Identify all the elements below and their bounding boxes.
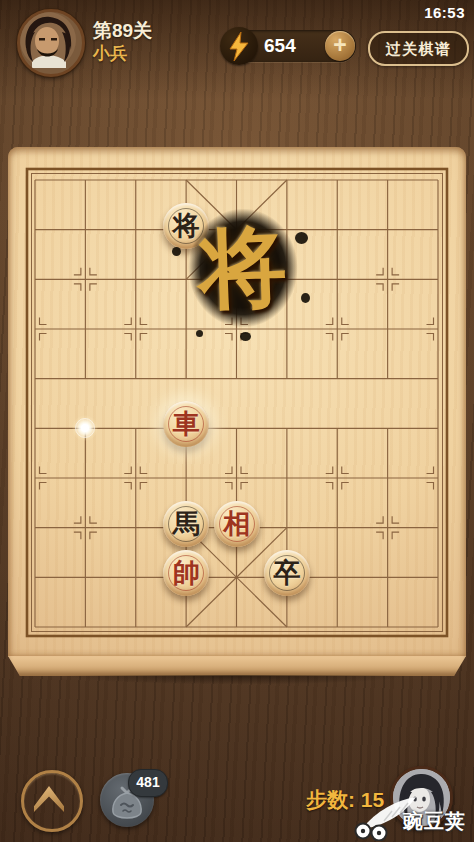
piece-glyph: 帥	[163, 550, 209, 596]
ink-speck	[301, 293, 310, 303]
player-avatar-image	[20, 12, 76, 68]
piece-glyph: 車	[163, 401, 209, 447]
clock-time: 16:53	[424, 4, 465, 21]
coin-badge: 481	[128, 769, 168, 797]
piece-red-general[interactable]: 帥	[163, 550, 209, 596]
piece-red-chariot[interactable]: 車	[163, 401, 209, 447]
steps-label: 步数:	[306, 788, 355, 811]
piece-black-horse[interactable]: 馬	[163, 501, 209, 547]
energy-value: 654	[264, 35, 296, 57]
piece-glyph: 馬	[163, 501, 209, 547]
piece-black-soldier[interactable]: 卒	[264, 550, 310, 596]
energy-add-button[interactable]: +	[325, 31, 355, 61]
expand-button[interactable]	[21, 770, 83, 832]
watermark-text: 豌豆荚	[403, 808, 466, 835]
ink-speck	[240, 332, 251, 341]
chevron-up-icon	[34, 786, 64, 812]
piece-glyph: 相	[214, 501, 260, 547]
player-avatar[interactable]	[17, 9, 85, 77]
ink-speck	[196, 330, 203, 337]
game-screen: 将車馬相帥卒 将 16:53 第89关 小兵 654 +	[0, 0, 474, 842]
board-grid	[0, 0, 474, 842]
check-banner-glyph: 将	[184, 204, 302, 332]
level-block: 第89关 小兵	[93, 19, 152, 64]
level-rank: 小兵	[93, 43, 152, 64]
level-title: 第89关	[93, 19, 152, 43]
piece-red-elephant[interactable]: 相	[214, 501, 260, 547]
record-button[interactable]: 过关棋谱	[368, 31, 469, 66]
energy-pill[interactable]: 654 +	[222, 30, 356, 62]
ink-speck	[172, 247, 181, 256]
energy-bolt-icon	[220, 27, 258, 65]
check-banner: 将	[186, 206, 300, 330]
piece-glyph: 卒	[264, 550, 310, 596]
ink-speck	[295, 232, 308, 244]
